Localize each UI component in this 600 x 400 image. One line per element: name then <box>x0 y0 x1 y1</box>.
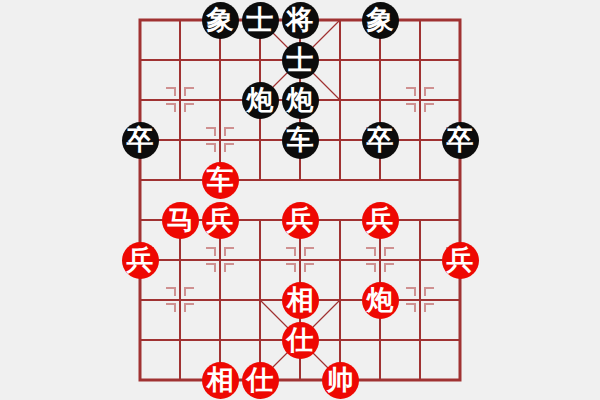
board-points[interactable]: 象士将象士炮炮卒车卒卒车马兵兵兵兵兵相炮仕相仕帅 <box>120 0 480 400</box>
piece-black-advisor[interactable]: 士 <box>242 2 279 39</box>
piece-red-soldier[interactable]: 兵 <box>362 202 399 239</box>
piece-black-elephant[interactable]: 象 <box>362 2 399 39</box>
xiangqi-board: 象士将象士炮炮卒车卒卒车马兵兵兵兵兵相炮仕相仕帅 <box>0 0 600 400</box>
piece-black-cannon[interactable]: 炮 <box>242 82 279 119</box>
piece-red-soldier[interactable]: 兵 <box>202 202 239 239</box>
piece-red-advisor[interactable]: 仕 <box>282 322 319 359</box>
piece-black-soldier[interactable]: 卒 <box>122 122 159 159</box>
piece-red-elephant[interactable]: 相 <box>202 362 239 399</box>
piece-red-chariot[interactable]: 车 <box>202 162 239 199</box>
piece-red-soldier[interactable]: 兵 <box>122 242 159 279</box>
piece-black-chariot[interactable]: 车 <box>282 122 319 159</box>
piece-red-soldier[interactable]: 兵 <box>442 242 479 279</box>
piece-red-horse[interactable]: 马 <box>162 202 199 239</box>
piece-red-advisor[interactable]: 仕 <box>242 362 279 399</box>
piece-black-general[interactable]: 将 <box>282 2 319 39</box>
piece-red-general[interactable]: 帅 <box>322 362 359 399</box>
piece-black-elephant[interactable]: 象 <box>202 2 239 39</box>
piece-black-cannon[interactable]: 炮 <box>282 82 319 119</box>
piece-red-elephant[interactable]: 相 <box>282 282 319 319</box>
piece-red-soldier[interactable]: 兵 <box>282 202 319 239</box>
piece-black-advisor[interactable]: 士 <box>282 42 319 79</box>
piece-red-cannon[interactable]: 炮 <box>362 282 399 319</box>
piece-black-soldier[interactable]: 卒 <box>442 122 479 159</box>
piece-black-soldier[interactable]: 卒 <box>362 122 399 159</box>
